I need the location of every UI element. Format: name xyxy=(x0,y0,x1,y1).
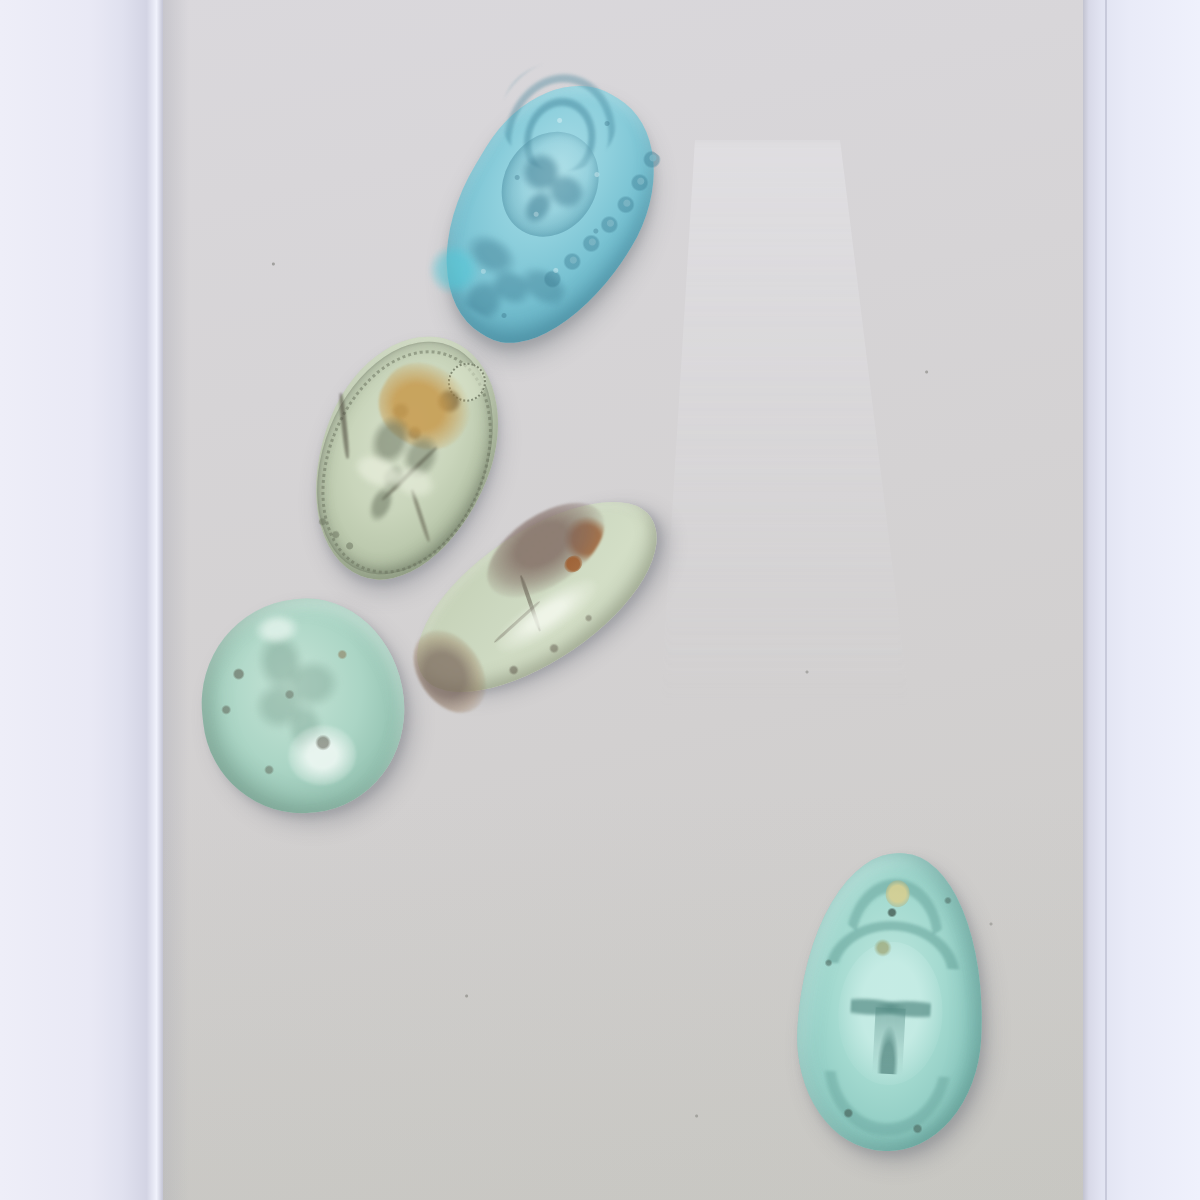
stones-layer xyxy=(0,0,1200,1200)
stone-aqua-guanyin-head-matrix-specks xyxy=(791,848,990,1155)
stone-round-green-carving-matrix-specks xyxy=(191,589,414,823)
stone-aqua-guanyin-head xyxy=(791,848,990,1155)
stone-oblong-turquoise-bead-tip-patch xyxy=(399,617,500,725)
stone-blue-carved-pendant xyxy=(403,53,694,377)
photo-turquoise-carvings-in-tray xyxy=(0,0,1200,1200)
stone-blue-carved-pendant-speckle xyxy=(403,53,694,377)
stone-round-green-carving xyxy=(191,589,414,823)
